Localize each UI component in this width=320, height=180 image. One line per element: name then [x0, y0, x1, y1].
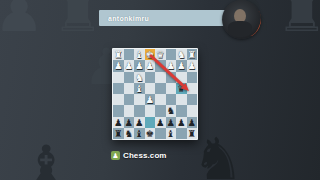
- black-rook-piece: ♜: [187, 128, 196, 139]
- board-square[interactable]: [124, 72, 135, 83]
- board-square[interactable]: [155, 94, 166, 105]
- board-square[interactable]: [124, 83, 135, 94]
- board-square[interactable]: [113, 83, 124, 94]
- chess-board[interactable]: ♜♝♚♛♞♜♟♟♟♟♟♟♟♞♝♛♟♞♟♟♟♟♟♟♟♜♞♝♚♝♜: [113, 49, 197, 139]
- board-square[interactable]: ♛: [176, 83, 187, 94]
- black-knight-piece: ♞: [166, 105, 175, 116]
- black-rook-piece: ♜: [114, 128, 123, 139]
- username-banner: antonkimru: [99, 10, 233, 26]
- board-square[interactable]: [124, 49, 135, 60]
- board-square[interactable]: [134, 94, 145, 105]
- board-square[interactable]: ♝: [134, 83, 145, 94]
- black-bishop-piece: ♝: [166, 128, 175, 139]
- board-square[interactable]: [166, 83, 177, 94]
- board-square[interactable]: [187, 72, 198, 83]
- board-square[interactable]: [166, 94, 177, 105]
- chesscom-pawn-icon: ♟: [111, 151, 120, 160]
- rook-silhouette-icon: ♜: [276, 0, 320, 40]
- black-king-piece: ♚: [145, 128, 154, 139]
- white-knight-piece: ♞: [177, 49, 186, 60]
- board-square[interactable]: [176, 105, 187, 116]
- board-square[interactable]: ♟: [145, 60, 156, 71]
- black-pawn-piece: ♟: [114, 117, 123, 128]
- board-square[interactable]: ♟: [166, 117, 177, 128]
- board-square[interactable]: ♝: [134, 49, 145, 60]
- white-pawn-piece: ♟: [166, 60, 175, 71]
- board-square[interactable]: [113, 72, 124, 83]
- white-rook-piece: ♜: [187, 49, 196, 60]
- white-pawn-piece: ♟: [114, 60, 123, 71]
- board-square[interactable]: ♟: [187, 117, 198, 128]
- board-square[interactable]: ♟: [134, 117, 145, 128]
- board-square[interactable]: [145, 72, 156, 83]
- board-square[interactable]: ♟: [124, 60, 135, 71]
- black-pawn-piece: ♟: [135, 117, 144, 128]
- board-square[interactable]: [166, 49, 177, 60]
- board-square[interactable]: ♟: [176, 117, 187, 128]
- white-pawn-piece: ♟: [124, 60, 133, 71]
- white-pawn-piece: ♟: [187, 60, 196, 71]
- board-square[interactable]: [145, 117, 156, 128]
- board-square[interactable]: [145, 83, 156, 94]
- board-square[interactable]: [155, 105, 166, 116]
- board-square[interactable]: [113, 105, 124, 116]
- board-square[interactable]: ♟: [124, 117, 135, 128]
- board-square[interactable]: [155, 72, 166, 83]
- black-pawn-piece: ♟: [187, 117, 196, 128]
- board-square[interactable]: ♟: [145, 94, 156, 105]
- chesscom-logo: ♟ Chess.com: [111, 150, 167, 161]
- black-knight-piece: ♞: [124, 128, 133, 139]
- board-square[interactable]: [166, 72, 177, 83]
- board-square[interactable]: ♜: [113, 49, 124, 60]
- board-square[interactable]: ♝: [166, 128, 177, 139]
- bishop-silhouette-icon: ♝: [22, 138, 70, 180]
- board-square[interactable]: ♜: [113, 128, 124, 139]
- board-square[interactable]: [187, 94, 198, 105]
- white-king-piece: ♚: [145, 49, 154, 60]
- board-square[interactable]: [124, 105, 135, 116]
- board-square[interactable]: ♟: [113, 117, 124, 128]
- board-square[interactable]: [155, 128, 166, 139]
- board-square[interactable]: ♞: [176, 49, 187, 60]
- board-square[interactable]: ♟: [155, 117, 166, 128]
- white-pawn-piece: ♟: [135, 60, 144, 71]
- board-square[interactable]: [155, 83, 166, 94]
- board-square[interactable]: [113, 94, 124, 105]
- white-bishop-piece: ♝: [135, 83, 144, 94]
- white-pawn-piece: ♟: [145, 60, 154, 71]
- board-square[interactable]: ♟: [113, 60, 124, 71]
- board-square[interactable]: [145, 105, 156, 116]
- video-frame: ♟♜♟♜♟♞♝ antonkimru ♜♝♚♛♞♜♟♟♟♟♟♟♟♞♝♛♟♞♟♟♟…: [0, 0, 320, 180]
- board-square[interactable]: [187, 105, 198, 116]
- white-knight-piece: ♞: [135, 72, 144, 83]
- board-square[interactable]: ♛: [155, 49, 166, 60]
- board-square[interactable]: ♟: [166, 60, 177, 71]
- board-square[interactable]: [176, 94, 187, 105]
- white-pawn-piece: ♟: [177, 60, 186, 71]
- board-square[interactable]: [176, 72, 187, 83]
- black-pawn-piece: ♟: [156, 117, 165, 128]
- chesscom-wordmark: Chess.com: [123, 151, 167, 160]
- board-square[interactable]: ♞: [134, 72, 145, 83]
- board-square[interactable]: ♜: [187, 49, 198, 60]
- white-bishop-piece: ♝: [135, 49, 144, 60]
- white-queen-piece: ♛: [156, 49, 165, 60]
- board-square[interactable]: [134, 105, 145, 116]
- board-square[interactable]: [155, 60, 166, 71]
- white-pawn-piece: ♟: [145, 94, 154, 105]
- board-square[interactable]: ♜: [187, 128, 198, 139]
- username-label: antonkimru: [99, 15, 149, 22]
- board-square[interactable]: ♟: [176, 60, 187, 71]
- board-square[interactable]: [124, 94, 135, 105]
- board-square[interactable]: [176, 128, 187, 139]
- chess-board-frame: ♜♝♚♛♞♜♟♟♟♟♟♟♟♞♝♛♟♞♟♟♟♟♟♟♟♜♞♝♚♝♜: [112, 48, 198, 140]
- black-bishop-piece: ♝: [135, 128, 144, 139]
- black-pawn-piece: ♟: [166, 117, 175, 128]
- black-pawn-piece: ♟: [124, 117, 133, 128]
- board-square[interactable]: ♞: [124, 128, 135, 139]
- rook-silhouette-icon: ♜: [52, 0, 104, 40]
- board-square[interactable]: ♝: [134, 128, 145, 139]
- avatar-shoulders: [228, 21, 252, 37]
- avatar: [222, 0, 261, 39]
- board-square[interactable]: ♞: [166, 105, 177, 116]
- board-square[interactable]: ♚: [145, 49, 156, 60]
- black-pawn-piece: ♟: [177, 117, 186, 128]
- white-rook-piece: ♜: [114, 49, 123, 60]
- black-queen-piece: ♛: [177, 83, 186, 94]
- knight-silhouette-icon: ♞: [192, 130, 244, 180]
- board-square[interactable]: ♟: [187, 60, 198, 71]
- board-square[interactable]: [187, 83, 198, 94]
- board-square[interactable]: ♚: [145, 128, 156, 139]
- board-square[interactable]: ♟: [134, 60, 145, 71]
- pawn-silhouette-icon: ♟: [0, 0, 44, 40]
